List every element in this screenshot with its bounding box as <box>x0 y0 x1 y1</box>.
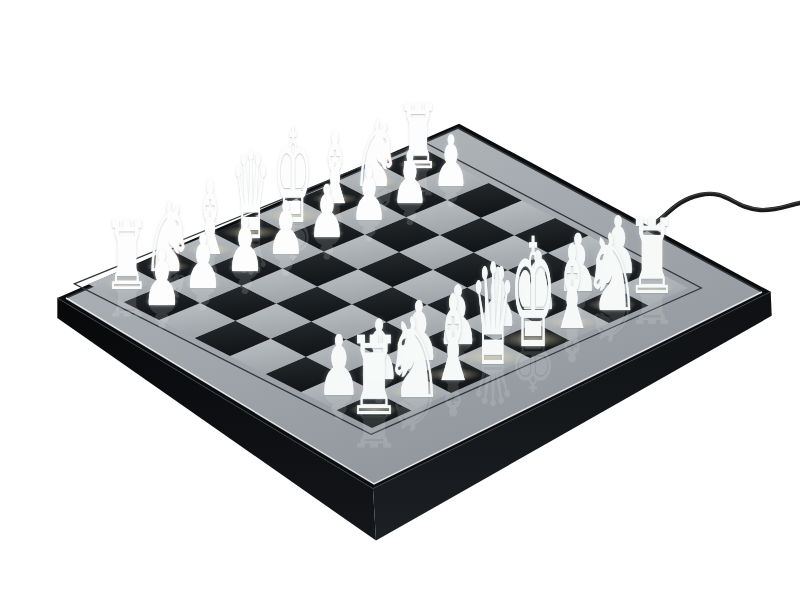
piece-g7-black-pawn[interactable]: ♟ <box>391 143 428 215</box>
piece-e7-black-pawn[interactable]: ♟ <box>308 176 346 249</box>
piece-a1-white-rook[interactable]: ♜ <box>347 323 401 432</box>
glass-chess-set-photo: ♜♜♞♞♝♝♛♛♚♚♝♝♞♞♜♜♟♟♟♟♟♟♟♟♟♟♟♟♟♟♟♟♟♟♟♟♟♟♟♟… <box>0 0 800 600</box>
piece-e1-white-king[interactable]: ♚ <box>510 219 556 370</box>
piece-f1-white-bishop[interactable]: ♝ <box>550 230 594 346</box>
piece-f7-black-pawn[interactable]: ♟ <box>350 159 388 231</box>
piece-c7-black-pawn[interactable]: ♟ <box>225 209 264 283</box>
piece-b7-black-pawn[interactable]: ♟ <box>184 225 223 300</box>
piece-d1-white-queen[interactable]: ♛ <box>470 245 515 386</box>
piece-a7-black-pawn[interactable]: ♟ <box>142 242 181 318</box>
piece-d7-black-pawn[interactable]: ♟ <box>267 192 305 266</box>
piece-h7-black-pawn[interactable]: ♟ <box>433 126 470 197</box>
